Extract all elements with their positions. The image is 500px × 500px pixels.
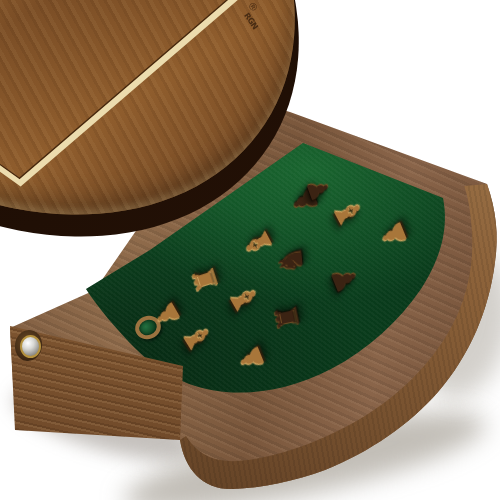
tray-piece-dark-rook[interactable]: ♜ [271,301,306,334]
tray-piece-gold-bishop[interactable]: ♝ [326,192,370,235]
checkerboard [0,0,245,179]
tray-piece-gold-bishop[interactable]: ♝ [222,277,267,320]
product-photo-round-chess-set: ♟♝♟♝♞♟♜♝♜♝♟♟♟ ® RGN [0,0,500,500]
tray-piece-dark-pawn[interactable]: ♟ [325,262,363,298]
tray-piece-dark-knight[interactable]: ♞ [274,244,308,275]
tray-piece-gold-pawn[interactable]: ♟ [150,296,187,332]
tray-piece-dark-pawn[interactable]: ♟ [302,175,334,206]
tray-piece-gold-rook[interactable]: ♜ [188,262,225,297]
tray-piece-gold-pawn[interactable]: ♟ [375,216,413,252]
tray-piece-gold-pawn[interactable]: ♟ [234,341,271,376]
tray-piece-gold-bishop[interactable]: ♝ [175,317,219,360]
maker-mark-letters: RGN [242,12,259,31]
